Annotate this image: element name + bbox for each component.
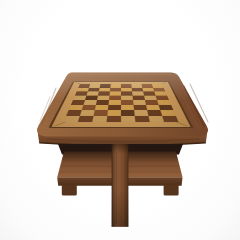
pedestal-column-shading <box>112 144 129 227</box>
board-square <box>148 116 164 122</box>
board-square <box>121 116 135 122</box>
scene <box>0 0 240 240</box>
board-square <box>106 116 120 122</box>
board-square <box>77 116 93 122</box>
board-square <box>92 116 107 122</box>
left-foot <box>62 185 77 196</box>
board-plane <box>48 81 193 128</box>
board-square <box>162 116 178 122</box>
right-foot <box>164 185 179 196</box>
board-grid <box>63 84 178 122</box>
board-square <box>134 116 149 122</box>
